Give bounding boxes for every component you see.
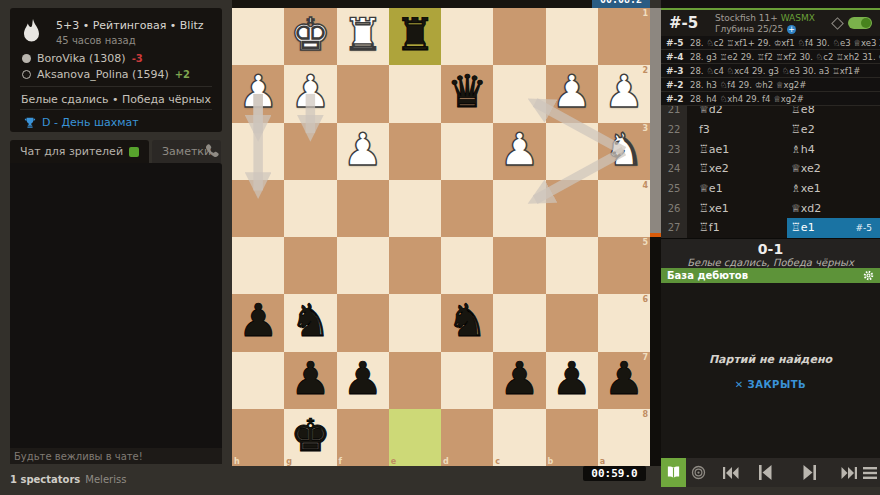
phone-icon[interactable] [204,143,220,159]
game-meta-panel: 5+3 • Рейтинговая • Blitz 45 часов назад… [10,8,222,132]
player-row-white[interactable]: BoroVika (1308)-3 [22,52,143,65]
line-moves: 28. ♘c4 ♘xc4 29. g3 ♘e3 30. a3 ♖xf1# [690,66,860,76]
engine-line-4[interactable]: #-228. h3 ♘f4 29. ♔h2 ♕xg2# [661,78,880,92]
move-list: 21♕d2♖e822f3♖e223♖ae1♗h424♖xe2♕xe225♕e1♗… [661,106,880,238]
line-eval: #-3 [661,66,690,76]
spectators-count: 1 spectators [10,474,80,485]
square-d1[interactable] [441,8,493,65]
blitz-flame-icon [19,19,45,49]
white-king[interactable]: ♚ [290,12,330,57]
square-b4[interactable] [546,180,598,237]
square-g5[interactable] [284,237,336,294]
lichess-app: 5+3 • Рейтинговая • Blitz 45 часов назад… [0,0,880,495]
square-a7[interactable]: ♟7 [598,352,650,409]
move-list-container[interactable]: 21♕d2♖e822f3♖e223♖ae1♗h424♖xe2♕xe225♕e1♗… [661,106,880,238]
white-pawn[interactable]: ♟ [604,69,644,114]
square-d3[interactable] [441,123,493,180]
square-g1[interactable]: ♚ [284,8,336,65]
square-b2[interactable]: ♟ [546,65,598,122]
tab-spectator-chat[interactable]: Чат для зрителей [10,140,149,163]
square-h5[interactable] [232,237,284,294]
black-pawn[interactable]: ♟ [290,356,330,401]
square-e1[interactable]: ♜ [389,8,441,65]
rank-label-6: 6 [642,295,648,304]
engine-line-3[interactable]: #-328. ♘c4 ♘xc4 29. g3 ♘e3 30. a3 ♖xf1# [661,64,880,78]
move-number: 25 [661,179,687,199]
line-moves: 28. h3 ♘f4 29. ♔h2 ♕xg2# [690,80,806,90]
square-c5[interactable] [493,237,545,294]
line-eval: #-5 [661,38,690,48]
player-name: Aksanova_Polina (1594) [37,68,169,81]
engine-name-line: Stockfish 11+ WASMX [715,13,815,23]
spectator-name[interactable]: Meleriss [85,474,126,485]
square-c2[interactable] [493,65,545,122]
engine-name: Stockfish 11+ [715,13,778,23]
engine-line-1[interactable]: #-528. ♘c2 ♖xf1+ 29. ♔xf1 ♘f4 30. ♘e3 ♕x… [661,36,880,50]
tournament-label: D - День шахмат [42,116,139,129]
cloud-eval-icon[interactable]: + [787,25,796,34]
engine-depth: Глубина 25/25 [715,24,783,34]
gear-icon[interactable] [863,270,874,281]
skip-first-icon [723,467,739,479]
black-move[interactable]: ♗h4 [787,139,880,159]
white-clock: 00:08.2 [592,0,650,8]
chess-board: ♚♜♜1♟♟♛♟♟2♟♟♞345♟♞♞6♟♟♟♟♟7h♚gfedcba8 [232,8,650,466]
result-score: 0-1 [661,241,880,257]
white-pawn[interactable]: ♟ [499,127,539,172]
divider [20,86,212,87]
file-label-h: h [234,457,240,466]
square-e5[interactable] [389,237,441,294]
rating-delta: +2 [175,69,190,80]
black-clock: 00:59.0 [583,466,646,481]
square-b5[interactable] [546,237,598,294]
square-b3[interactable] [546,123,598,180]
line-moves: 28. g3 ♖e2 29. ♖f2 ♖xf2 30. ♘c2 ♖xh2 31.… [690,52,880,62]
square-b7[interactable]: ♟ [546,352,598,409]
black-color-icon [22,70,31,79]
prev-move-button[interactable] [759,458,772,487]
square-d7[interactable] [441,352,493,409]
square-e6[interactable] [389,294,441,351]
black-knight[interactable]: ♞ [290,298,330,343]
square-f8[interactable]: f [337,409,389,466]
engine-header: #-5 Stockfish 11+ WASMX Глубина 25/25 + [661,10,880,36]
explorer-empty-text: Партий не найдено [661,353,880,366]
white-rook[interactable]: ♜ [342,12,382,57]
player-row-black[interactable]: Aksanova_Polina (1594)+2 [22,68,190,81]
book-icon [666,465,681,480]
white-pawn[interactable]: ♟ [551,69,591,114]
rank-label-8: 8 [642,410,648,419]
move-row-22: 22f3♖e2 [661,120,880,140]
playback-controls [661,458,880,487]
white-move[interactable]: ♖f1 [687,221,787,234]
move-row-27: 27♖f1♖e1#-5 [661,218,880,238]
square-d5[interactable] [441,237,493,294]
engine-eval: #-5 [669,14,698,32]
square-d4[interactable] [441,180,493,237]
file-label-f: f [339,457,342,466]
square-d6[interactable]: ♞ [441,294,493,351]
square-g4[interactable] [284,180,336,237]
square-h7[interactable] [232,352,284,409]
analysis-panel: #-5 Stockfish 11+ WASMX Глубина 25/25 + … [661,0,880,495]
square-f3[interactable]: ♟ [337,123,389,180]
file-label-g: g [286,457,292,466]
move-row-21: 21♕d2♖e8 [661,106,880,120]
next-move-icon [803,465,816,480]
spectators-line: 1 spectatorsMeleriss [10,474,126,485]
rank-label-4: 4 [642,181,648,190]
file-label-b: b [548,457,554,466]
disc-button[interactable] [691,458,706,487]
tournament-link[interactable]: D - День шахмат [24,116,139,129]
square-a2[interactable]: ♟2 [598,65,650,122]
eval-gauge-white-part [650,8,661,233]
line-eval: #-4 [661,52,690,62]
square-e3[interactable] [389,123,441,180]
black-move[interactable]: ♕xd2 [787,198,880,218]
white-pawn[interactable]: ♟ [238,69,278,114]
white-move[interactable]: ♕d2 [687,106,787,116]
rank-label-3: 3 [642,124,648,133]
opening-explorer-title: База дебютов [661,270,748,281]
black-pawn[interactable]: ♟ [342,356,382,401]
file-label-c: c [495,457,500,466]
square-f7[interactable]: ♟ [337,352,389,409]
eval-gauge [650,8,661,466]
square-f1[interactable]: ♜ [337,8,389,65]
board-top-strip [232,0,650,8]
menu-button[interactable] [863,458,877,487]
menu-icon [863,467,877,479]
square-b6[interactable] [546,294,598,351]
crosshair-icon[interactable] [831,17,844,30]
square-f5[interactable] [337,237,389,294]
move-number: 21 [661,106,687,120]
black-king[interactable]: ♚ [290,413,330,458]
square-b1[interactable] [546,8,598,65]
square-e7[interactable] [389,352,441,409]
white-move[interactable]: ♖xe1 [687,202,787,215]
result-text: Белые сдались, Победа чёрных [661,257,880,268]
skip-first-button[interactable] [723,458,739,487]
line-eval: #-2 [661,80,690,90]
black-move[interactable]: ♗xe1 [787,179,880,199]
black-knight[interactable]: ♞ [447,298,487,343]
divider [20,109,212,110]
move-row-23: 23♖ae1♗h4 [661,139,880,159]
engine-depth-line: Глубина 25/25 + [715,24,796,34]
tab-chat-label: Чат для зрителей [20,145,123,158]
square-b8[interactable]: b [546,409,598,466]
black-move[interactable]: ♕xe2 [787,159,880,179]
square-c7[interactable]: ♟ [493,352,545,409]
move-number: 23 [661,139,687,159]
square-g2[interactable]: ♟ [284,65,336,122]
black-move[interactable]: ♖e1#-5 [787,218,880,238]
square-e8[interactable]: e [389,409,441,466]
skip-last-button[interactable] [841,458,857,487]
square-f6[interactable] [337,294,389,351]
engine-toggle[interactable] [848,17,872,29]
black-pawn[interactable]: ♟ [604,356,644,401]
line-eval: #-2 [661,94,690,104]
square-e4[interactable] [389,180,441,237]
explorer-close-button[interactable]: ✕ ЗАКРЫТЬ [661,379,880,390]
eval-gauge-tick [650,233,661,237]
square-g8[interactable]: ♚g [284,409,336,466]
square-c6[interactable] [493,294,545,351]
square-a5[interactable]: 5 [598,237,650,294]
black-queen[interactable]: ♛ [447,69,487,114]
black-pawn[interactable]: ♟ [499,356,539,401]
game-setup-title: 5+3 • Рейтинговая • Blitz [56,19,204,32]
rating-delta: -3 [132,53,143,64]
white-color-icon [22,54,31,63]
chat-messages-area [10,163,222,448]
black-pawn[interactable]: ♟ [551,356,591,401]
square-c3[interactable]: ♟ [493,123,545,180]
next-move-button[interactable] [803,458,816,487]
move-number: 26 [661,198,687,218]
white-pawn[interactable]: ♟ [342,127,382,172]
engine-lines: #-528. ♘c2 ♖xf1+ 29. ♔xf1 ♘f4 30. ♘e3 ♕x… [661,36,880,106]
square-d8[interactable]: d [441,409,493,466]
black-move[interactable]: ♖e2 [787,120,880,140]
square-g6[interactable]: ♞ [284,294,336,351]
panel-top-strip [661,0,880,8]
move-row-26: 26♖xe1♕xd2 [661,198,880,218]
engine-toggle-knob [861,18,871,28]
game-time-ago: 45 часов назад [56,35,136,46]
square-a1[interactable]: 1 [598,8,650,65]
opening-explorer-body: Партий не найдено ✕ ЗАКРЫТЬ [661,283,880,458]
square-d2[interactable]: ♛ [441,65,493,122]
move-number: 24 [661,159,687,179]
engine-line-5[interactable]: #-228. h4 ♘xh4 29. f4 ♕xg2# [661,92,880,106]
move-number: 27 [661,218,687,238]
square-g7[interactable]: ♟ [284,352,336,409]
prev-move-icon [759,465,772,480]
white-move[interactable]: ♖ae1 [687,143,787,156]
rank-label-5: 5 [642,238,648,247]
square-a6[interactable]: 6 [598,294,650,351]
game-result-line: Белые сдались • Победа чёрных [10,93,222,106]
square-f2[interactable] [337,65,389,122]
move-number: 22 [661,120,687,140]
black-pawn[interactable]: ♟ [238,298,278,343]
chat-input[interactable] [10,448,222,464]
file-label-e: e [391,457,396,466]
chat-tabs: Чат для зрителей Заметки [10,140,221,163]
player-name: BoroVika (1308) [37,52,126,65]
square-h4[interactable] [232,180,284,237]
square-e2[interactable] [389,65,441,122]
white-knight[interactable]: ♞ [604,127,644,172]
square-g3[interactable] [284,123,336,180]
panel-footer [661,487,880,495]
file-label-a: a [600,457,605,466]
line-moves: 28. ♘c2 ♖xf1+ 29. ♔xf1 ♘f4 30. ♘e3 ♕xe3 … [690,38,880,48]
white-move[interactable]: ♖xe2 [687,162,787,175]
square-a3[interactable]: ♞3 [598,123,650,180]
square-h8[interactable]: h [232,409,284,466]
engine-variant: WASMX [781,13,815,23]
disc-icon [691,465,706,480]
square-h6[interactable]: ♟ [232,294,284,351]
opening-explorer-bar[interactable]: База дебютов [661,268,880,283]
black-rook[interactable]: ♜ [395,12,435,57]
rank-label-7: 7 [642,353,648,362]
engine-line-2[interactable]: #-428. g3 ♖e2 29. ♖f2 ♖xf2 30. ♘c2 ♖xh2 … [661,50,880,64]
move-row-25: 25♕e1♗xe1 [661,179,880,199]
square-h3[interactable] [232,123,284,180]
square-f4[interactable] [337,180,389,237]
result-block: 0-1 Белые сдались, Победа чёрных [661,238,880,269]
skip-last-icon [841,467,857,479]
square-a4[interactable]: 4 [598,180,650,237]
square-a8[interactable]: a8 [598,409,650,466]
move-annotation: #-5 [855,223,872,233]
square-c8[interactable]: c [493,409,545,466]
white-pawn[interactable]: ♟ [290,69,330,114]
square-h1[interactable] [232,8,284,65]
line-moves: 28. h4 ♘xh4 29. f4 ♕xg2# [690,94,804,104]
square-c4[interactable] [493,180,545,237]
move-row-24: 24♖xe2♕xe2 [661,159,880,179]
black-move[interactable]: ♖e8 [787,106,880,120]
rank-label-1: 1 [642,9,648,18]
square-c1[interactable] [493,8,545,65]
chat-toggle-indicator[interactable] [129,147,139,157]
trophy-icon [24,117,36,129]
white-move[interactable]: f3 [687,123,787,136]
square-h2[interactable]: ♟ [232,65,284,122]
rank-label-2: 2 [642,66,648,75]
file-label-d: d [443,457,449,466]
book-button[interactable] [661,458,686,487]
white-move[interactable]: ♕e1 [687,182,787,195]
